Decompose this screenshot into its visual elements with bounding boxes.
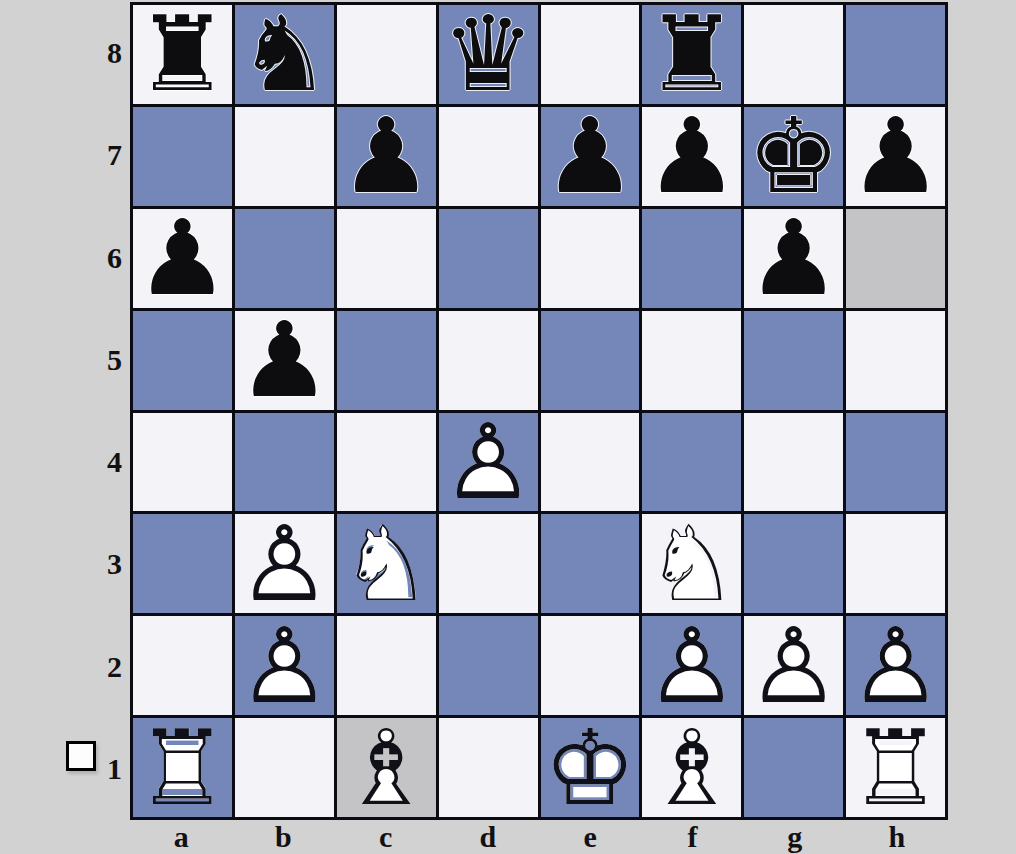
- square-a7[interactable]: [133, 107, 232, 206]
- square-b4[interactable]: [235, 413, 334, 512]
- file-label-d: d: [437, 820, 539, 854]
- piece-glyph: ♛: [439, 5, 538, 104]
- square-h3[interactable]: [846, 514, 945, 613]
- square-d6[interactable]: [439, 209, 538, 308]
- chess-board: ♜♞♛♜♟♟♟♚♟♟♟♟♟♙♟♙♞♘♞♘♟♙♟♙♟♙♟♙♜♖♝♗♚♔♝♗♜♖: [130, 2, 948, 820]
- square-e3[interactable]: [541, 514, 640, 613]
- square-e8[interactable]: [541, 5, 640, 104]
- piece-outline-glyph: ♙: [744, 616, 843, 715]
- square-f4[interactable]: [642, 413, 741, 512]
- file-label-c: c: [335, 820, 437, 854]
- square-d8[interactable]: ♛: [439, 5, 538, 104]
- square-c6[interactable]: [337, 209, 436, 308]
- square-e2[interactable]: [541, 616, 640, 715]
- square-h6[interactable]: [846, 209, 945, 308]
- piece-outline-glyph: ♖: [133, 718, 232, 817]
- file-label-h: h: [846, 820, 948, 854]
- square-g6[interactable]: ♟: [744, 209, 843, 308]
- square-a6[interactable]: ♟: [133, 209, 232, 308]
- square-g2[interactable]: ♟♙: [744, 616, 843, 715]
- rank-labels: 87654321: [86, 2, 126, 820]
- square-e5[interactable]: [541, 311, 640, 410]
- white-knight-piece[interactable]: ♞♘: [337, 514, 436, 613]
- square-d4[interactable]: ♟♙: [439, 413, 538, 512]
- file-labels: abcdefgh: [130, 820, 948, 854]
- square-g7[interactable]: ♚: [744, 107, 843, 206]
- square-b7[interactable]: [235, 107, 334, 206]
- square-b1[interactable]: [235, 718, 334, 817]
- black-queen-piece[interactable]: ♛: [439, 5, 538, 104]
- black-pawn-piece[interactable]: ♟: [642, 107, 741, 206]
- square-h4[interactable]: [846, 413, 945, 512]
- square-c4[interactable]: [337, 413, 436, 512]
- piece-outline-glyph: ♙: [235, 514, 334, 613]
- square-e1[interactable]: ♚♔: [541, 718, 640, 817]
- square-c7[interactable]: ♟: [337, 107, 436, 206]
- square-a1[interactable]: ♜♖: [133, 718, 232, 817]
- piece-glyph: ♟: [744, 209, 843, 308]
- rank-label-8: 8: [86, 2, 126, 104]
- black-pawn-piece[interactable]: ♟: [744, 209, 843, 308]
- piece-glyph: ♟: [337, 107, 436, 206]
- square-g4[interactable]: [744, 413, 843, 512]
- white-knight-piece[interactable]: ♞♘: [642, 514, 741, 613]
- black-pawn-piece[interactable]: ♟: [541, 107, 640, 206]
- square-b6[interactable]: [235, 209, 334, 308]
- square-d2[interactable]: [439, 616, 538, 715]
- file-label-f: f: [641, 820, 743, 854]
- white-king-piece[interactable]: ♚♔: [541, 718, 640, 817]
- square-a3[interactable]: [133, 514, 232, 613]
- square-h1[interactable]: ♜♖: [846, 718, 945, 817]
- white-pawn-piece[interactable]: ♟♙: [235, 616, 334, 715]
- square-d7[interactable]: [439, 107, 538, 206]
- square-f7[interactable]: ♟: [642, 107, 741, 206]
- piece-outline-glyph: ♙: [439, 413, 538, 512]
- black-rook-piece[interactable]: ♜: [642, 5, 741, 104]
- piece-outline-glyph: ♗: [642, 718, 741, 817]
- square-d1[interactable]: [439, 718, 538, 817]
- white-bishop-piece[interactable]: ♝♗: [642, 718, 741, 817]
- square-b3[interactable]: ♟♙: [235, 514, 334, 613]
- piece-glyph: ♞: [235, 5, 334, 104]
- square-d3[interactable]: [439, 514, 538, 613]
- piece-outline-glyph: ♙: [846, 616, 945, 715]
- rank-label-5: 5: [86, 309, 126, 411]
- square-g3[interactable]: [744, 514, 843, 613]
- piece-glyph: ♚: [744, 107, 843, 206]
- square-h7[interactable]: ♟: [846, 107, 945, 206]
- white-pawn-piece[interactable]: ♟♙: [235, 514, 334, 613]
- piece-outline-glyph: ♔: [541, 718, 640, 817]
- piece-glyph: ♟: [133, 209, 232, 308]
- piece-outline-glyph: ♖: [846, 718, 945, 817]
- piece-outline-glyph: ♘: [337, 514, 436, 613]
- white-to-move-indicator: [66, 741, 96, 771]
- piece-glyph: ♟: [846, 107, 945, 206]
- square-c3[interactable]: ♞♘: [337, 514, 436, 613]
- square-a4[interactable]: [133, 413, 232, 512]
- square-a8[interactable]: ♜: [133, 5, 232, 104]
- square-c5[interactable]: [337, 311, 436, 410]
- rank-label-3: 3: [86, 513, 126, 615]
- white-pawn-piece[interactable]: ♟♙: [439, 413, 538, 512]
- file-label-b: b: [232, 820, 334, 854]
- file-label-e: e: [539, 820, 641, 854]
- square-g5[interactable]: [744, 311, 843, 410]
- square-f5[interactable]: [642, 311, 741, 410]
- piece-outline-glyph: ♘: [642, 514, 741, 613]
- square-e4[interactable]: [541, 413, 640, 512]
- black-pawn-piece[interactable]: ♟: [133, 209, 232, 308]
- square-c1[interactable]: ♝♗: [337, 718, 436, 817]
- square-f2[interactable]: ♟♙: [642, 616, 741, 715]
- white-bishop-piece[interactable]: ♝♗: [337, 718, 436, 817]
- square-f3[interactable]: ♞♘: [642, 514, 741, 613]
- square-c8[interactable]: [337, 5, 436, 104]
- piece-outline-glyph: ♗: [337, 718, 436, 817]
- white-pawn-piece[interactable]: ♟♙: [846, 616, 945, 715]
- square-b5[interactable]: ♟: [235, 311, 334, 410]
- square-f6[interactable]: [642, 209, 741, 308]
- black-rook-piece[interactable]: ♜: [133, 5, 232, 104]
- white-pawn-piece[interactable]: ♟♙: [642, 616, 741, 715]
- rank-label-7: 7: [86, 104, 126, 206]
- piece-glyph: ♟: [642, 107, 741, 206]
- piece-glyph: ♜: [642, 5, 741, 104]
- square-a5[interactable]: [133, 311, 232, 410]
- square-e7[interactable]: ♟: [541, 107, 640, 206]
- square-f1[interactable]: ♝♗: [642, 718, 741, 817]
- square-e6[interactable]: [541, 209, 640, 308]
- black-king-piece[interactable]: ♚: [744, 107, 843, 206]
- square-h8[interactable]: [846, 5, 945, 104]
- square-b2[interactable]: ♟♙: [235, 616, 334, 715]
- square-h5[interactable]: [846, 311, 945, 410]
- file-label-g: g: [744, 820, 846, 854]
- rank-label-4: 4: [86, 411, 126, 513]
- square-c2[interactable]: [337, 616, 436, 715]
- piece-glyph: ♜: [133, 5, 232, 104]
- piece-outline-glyph: ♙: [642, 616, 741, 715]
- square-b8[interactable]: ♞: [235, 5, 334, 104]
- file-label-a: a: [130, 820, 232, 854]
- black-pawn-piece[interactable]: ♟: [846, 107, 945, 206]
- rank-label-6: 6: [86, 207, 126, 309]
- piece-outline-glyph: ♙: [235, 616, 334, 715]
- chess-diagram: 87654321 ♜♞♛♜♟♟♟♚♟♟♟♟♟♙♟♙♞♘♞♘♟♙♟♙♟♙♟♙♜♖♝…: [0, 0, 1016, 854]
- rank-label-2: 2: [86, 616, 126, 718]
- piece-glyph: ♟: [541, 107, 640, 206]
- square-f8[interactable]: ♜: [642, 5, 741, 104]
- black-knight-piece[interactable]: ♞: [235, 5, 334, 104]
- square-d5[interactable]: [439, 311, 538, 410]
- square-g8[interactable]: [744, 5, 843, 104]
- black-pawn-piece[interactable]: ♟: [235, 311, 334, 410]
- square-h2[interactable]: ♟♙: [846, 616, 945, 715]
- black-pawn-piece[interactable]: ♟: [337, 107, 436, 206]
- white-rook-piece[interactable]: ♜♖: [133, 718, 232, 817]
- white-pawn-piece[interactable]: ♟♙: [744, 616, 843, 715]
- square-g1[interactable]: [744, 718, 843, 817]
- piece-glyph: ♟: [235, 311, 334, 410]
- white-rook-piece[interactable]: ♜♖: [846, 718, 945, 817]
- square-a2[interactable]: [133, 616, 232, 715]
